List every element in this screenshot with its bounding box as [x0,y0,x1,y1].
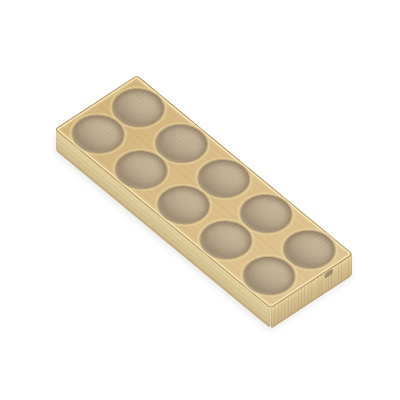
photo-background [0,0,400,400]
